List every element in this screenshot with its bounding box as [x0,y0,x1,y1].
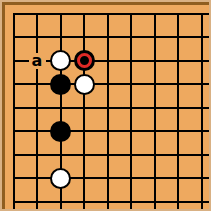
black-stone[interactable] [50,74,71,95]
grid-line-horizontal [13,177,210,179]
black-stone[interactable] [74,50,95,71]
white-stone[interactable] [74,74,95,95]
grid-line-vertical [83,13,85,210]
point-label-a[interactable]: a [29,53,46,69]
black-stone[interactable] [50,121,71,142]
grid-line-horizontal [13,83,210,85]
go-board[interactable]: a [0,0,211,211]
grid-line-horizontal [13,130,210,132]
grid-line-horizontal [13,154,210,156]
grid-line-horizontal [13,36,210,38]
grid-line-horizontal [13,201,210,203]
grid-line-vertical [177,13,179,210]
grid-line-vertical [201,13,203,210]
grid-line-vertical [154,13,156,210]
red-circle-marker [77,53,92,68]
grid-line-vertical [130,13,132,210]
grid-line-vertical [36,13,38,210]
grid-line-horizontal [13,13,210,15]
grid-line-vertical [13,13,15,210]
go-board-diagram: a [0,0,211,211]
grid-line-horizontal [13,107,210,109]
white-stone[interactable] [50,168,71,189]
white-stone[interactable] [50,50,71,71]
grid-line-vertical [107,13,109,210]
